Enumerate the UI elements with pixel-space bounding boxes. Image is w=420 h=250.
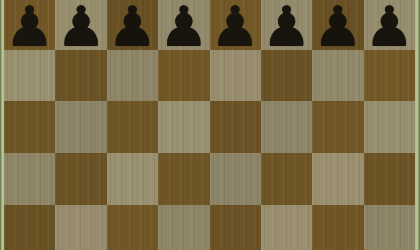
board-square[interactable]: ♟	[158, 0, 209, 50]
black-pawn[interactable]: ♟	[261, 1, 311, 53]
chess-board: ♟♟♟♟♟♟♟♟	[4, 0, 415, 250]
board-frame-left	[0, 0, 4, 250]
black-pawn[interactable]: ♟	[210, 1, 260, 53]
board-square[interactable]	[158, 50, 209, 102]
board-square[interactable]	[4, 153, 55, 205]
board-square[interactable]	[55, 101, 106, 153]
board-square[interactable]: ♟	[107, 0, 158, 50]
board-square[interactable]	[55, 205, 106, 250]
board-square[interactable]	[107, 205, 158, 250]
board-square[interactable]	[312, 101, 363, 153]
board-square[interactable]	[55, 153, 106, 205]
board-square[interactable]	[158, 153, 209, 205]
board-square[interactable]: ♟	[4, 0, 55, 50]
board-square[interactable]	[364, 153, 415, 205]
black-pawn[interactable]: ♟	[313, 1, 363, 53]
board-square[interactable]: ♟	[55, 0, 106, 50]
board-square[interactable]	[107, 153, 158, 205]
board-square[interactable]	[107, 50, 158, 102]
board-square[interactable]	[312, 153, 363, 205]
board-square[interactable]	[210, 153, 261, 205]
board-square[interactable]	[158, 101, 209, 153]
board-square[interactable]	[4, 101, 55, 153]
black-pawn[interactable]: ♟	[5, 1, 55, 53]
board-square[interactable]	[4, 205, 55, 250]
board-square[interactable]	[158, 205, 209, 250]
board-square[interactable]: ♟	[312, 0, 363, 50]
black-pawn[interactable]: ♟	[56, 1, 106, 53]
board-square[interactable]	[312, 50, 363, 102]
board-square[interactable]: ♟	[261, 0, 312, 50]
chessboard-screenshot: ♟♟♟♟♟♟♟♟	[0, 0, 420, 250]
board-square[interactable]	[210, 50, 261, 102]
board-square[interactable]: ♟	[364, 0, 415, 50]
board-square[interactable]	[364, 101, 415, 153]
board-square[interactable]	[210, 205, 261, 250]
board-square[interactable]	[312, 205, 363, 250]
board-square[interactable]	[107, 101, 158, 153]
board-square[interactable]	[261, 153, 312, 205]
board-square[interactable]	[364, 50, 415, 102]
board-frame-right	[415, 0, 420, 250]
board-square[interactable]	[261, 101, 312, 153]
black-pawn[interactable]: ♟	[159, 1, 209, 53]
board-square[interactable]	[210, 101, 261, 153]
board-square[interactable]	[4, 50, 55, 102]
board-square[interactable]: ♟	[210, 0, 261, 50]
board-square[interactable]	[261, 205, 312, 250]
black-pawn[interactable]: ♟	[364, 1, 414, 53]
board-square[interactable]	[364, 205, 415, 250]
board-square[interactable]	[55, 50, 106, 102]
board-square[interactable]	[261, 50, 312, 102]
black-pawn[interactable]: ♟	[107, 1, 157, 53]
